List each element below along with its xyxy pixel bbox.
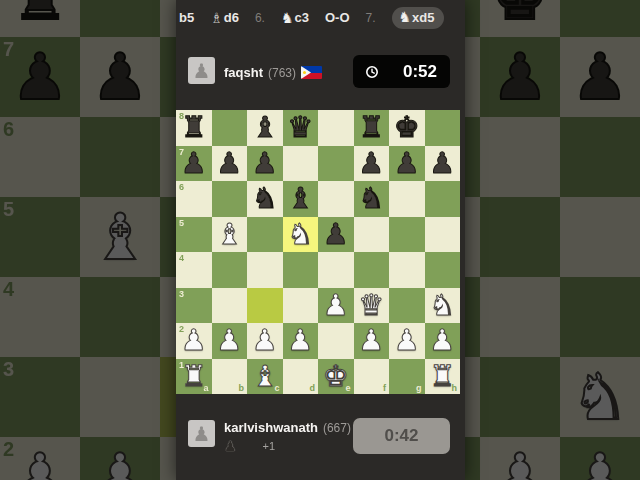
file-label: h bbox=[452, 383, 458, 393]
square-d5[interactable]: ♞ bbox=[283, 217, 319, 253]
square-g3[interactable] bbox=[389, 288, 425, 324]
white-pawn-piece: ♟ bbox=[560, 437, 640, 480]
square-g8: ♚ bbox=[480, 0, 560, 37]
square-a1[interactable]: 1a♜ bbox=[176, 359, 212, 395]
square-b5: ♝ bbox=[80, 197, 160, 277]
square-g5 bbox=[480, 197, 560, 277]
black-king-piece: ♚ bbox=[389, 110, 425, 146]
rank-label: 2 bbox=[3, 438, 14, 461]
square-d8[interactable]: ♛ bbox=[283, 110, 319, 146]
square-g2[interactable]: ♟ bbox=[389, 323, 425, 359]
move-text: b5 bbox=[179, 10, 194, 25]
square-c4[interactable] bbox=[247, 252, 283, 288]
black-pawn-piece: ♟ bbox=[354, 146, 390, 182]
square-a5[interactable]: 5 bbox=[176, 217, 212, 253]
square-e2[interactable] bbox=[318, 323, 354, 359]
square-e3[interactable]: ♟ bbox=[318, 288, 354, 324]
square-e6[interactable] bbox=[318, 181, 354, 217]
white-pawn-piece: ♟ bbox=[283, 323, 319, 359]
square-h4[interactable] bbox=[425, 252, 461, 288]
avatar-pawn-icon: ♟ bbox=[193, 61, 211, 81]
rank-label: 6 bbox=[3, 118, 14, 141]
bottom-player-rating: (667) bbox=[323, 421, 351, 435]
white-knight-piece: ♞ bbox=[560, 357, 640, 437]
move-number: 6. bbox=[255, 11, 265, 25]
top-player-rating: (763) bbox=[268, 66, 296, 80]
square-g6 bbox=[480, 117, 560, 197]
square-a8: 8♜ bbox=[0, 0, 80, 37]
black-bishop-piece: ♝ bbox=[283, 181, 319, 217]
square-g2: ♟ bbox=[480, 437, 560, 480]
square-d4[interactable] bbox=[283, 252, 319, 288]
white-pawn-piece: ♟ bbox=[212, 323, 248, 359]
screenshot-root: 8♜♝♛♜♚7♟♟♟♟♟♟6♞♝♞5♝♞♟43♟♛♞2♟♟♟♟♟♟♟1a♜bc♝… bbox=[0, 0, 640, 480]
move-text: c3 bbox=[294, 10, 308, 25]
move-text: O-O bbox=[325, 10, 350, 25]
bottom-player-row: ♟ karlvishwanath (667) ♟ +1 0:42 bbox=[188, 418, 450, 454]
square-c3[interactable] bbox=[247, 288, 283, 324]
square-b1[interactable]: b bbox=[212, 359, 248, 395]
square-a7[interactable]: 7♟ bbox=[176, 146, 212, 182]
square-b2: ♟ bbox=[80, 437, 160, 480]
black-rook-piece: ♜ bbox=[354, 110, 390, 146]
knight-white-icon: ♞ bbox=[281, 11, 294, 25]
square-c1[interactable]: c♝ bbox=[247, 359, 283, 395]
square-f1[interactable]: f bbox=[354, 359, 390, 395]
white-pawn-piece: ♟ bbox=[389, 323, 425, 359]
rank-label: 2 bbox=[179, 324, 184, 334]
white-knight-piece: ♞ bbox=[425, 288, 461, 324]
rank-label: 5 bbox=[3, 198, 14, 221]
square-g5[interactable] bbox=[389, 217, 425, 253]
white-pawn-piece: ♟ bbox=[425, 323, 461, 359]
square-b8 bbox=[80, 0, 160, 37]
square-f8[interactable]: ♜ bbox=[354, 110, 390, 146]
rank-label: 5 bbox=[179, 218, 184, 228]
knight-white-icon: ♞ bbox=[399, 10, 412, 24]
square-f2[interactable]: ♟ bbox=[354, 323, 390, 359]
square-e5[interactable]: ♟ bbox=[318, 217, 354, 253]
square-c2[interactable]: ♟ bbox=[247, 323, 283, 359]
move-list-bar[interactable]: b5♗d66.♞c3O-O7.♞xd5 bbox=[176, 0, 465, 35]
square-b6[interactable] bbox=[212, 181, 248, 217]
square-h5[interactable] bbox=[425, 217, 461, 253]
move-item[interactable]: ♞c3 bbox=[281, 10, 309, 25]
square-e7[interactable] bbox=[318, 146, 354, 182]
square-h6 bbox=[560, 117, 640, 197]
square-a6: 6 bbox=[0, 117, 80, 197]
square-g4 bbox=[480, 277, 560, 357]
captured-black-pawn-icon: ♟ bbox=[224, 439, 237, 453]
square-e4[interactable] bbox=[318, 252, 354, 288]
white-pawn-piece: ♟ bbox=[247, 323, 283, 359]
white-pawn-piece: ♟ bbox=[354, 323, 390, 359]
file-label: b bbox=[239, 383, 245, 393]
white-pawn-piece: ♟ bbox=[480, 437, 560, 480]
square-h2[interactable]: ♟ bbox=[425, 323, 461, 359]
file-label: d bbox=[310, 383, 316, 393]
square-g4[interactable] bbox=[389, 252, 425, 288]
move-item[interactable]: O-O bbox=[325, 10, 350, 25]
square-a2[interactable]: 2♟ bbox=[176, 323, 212, 359]
square-a3: 3 bbox=[0, 357, 80, 437]
philippines-flag-icon bbox=[301, 66, 322, 79]
square-a4: 4 bbox=[0, 277, 80, 357]
square-b4 bbox=[80, 277, 160, 357]
rank-label: 3 bbox=[3, 358, 14, 381]
top-player-avatar[interactable]: ♟ bbox=[188, 57, 215, 84]
white-queen-piece: ♛ bbox=[354, 288, 390, 324]
square-h4 bbox=[560, 277, 640, 357]
black-pawn-piece: ♟ bbox=[425, 146, 461, 182]
bishop-black-icon: ♗ bbox=[210, 11, 223, 25]
square-h2: ♟ bbox=[560, 437, 640, 480]
black-pawn-piece: ♟ bbox=[80, 37, 160, 117]
square-h7: ♟ bbox=[560, 37, 640, 117]
bottom-player-clock-time: 0:42 bbox=[384, 426, 418, 446]
square-g8[interactable]: ♚ bbox=[389, 110, 425, 146]
white-knight-piece: ♞ bbox=[283, 217, 319, 253]
white-pawn-piece: ♟ bbox=[80, 437, 160, 480]
move-number: 7. bbox=[366, 11, 376, 25]
rank-label: 7 bbox=[3, 38, 14, 61]
square-b2[interactable]: ♟ bbox=[212, 323, 248, 359]
square-b6 bbox=[80, 117, 160, 197]
black-knight-piece: ♞ bbox=[354, 181, 390, 217]
square-h8[interactable] bbox=[425, 110, 461, 146]
move-text: d6 bbox=[224, 10, 239, 25]
square-b8[interactable] bbox=[212, 110, 248, 146]
square-a2: 2♟ bbox=[0, 437, 80, 480]
bottom-player-avatar[interactable]: ♟ bbox=[188, 420, 215, 447]
square-h6[interactable] bbox=[425, 181, 461, 217]
avatar-pawn-icon: ♟ bbox=[193, 424, 211, 444]
square-g1[interactable]: g bbox=[389, 359, 425, 395]
square-f3[interactable]: ♛ bbox=[354, 288, 390, 324]
square-f6[interactable]: ♞ bbox=[354, 181, 390, 217]
chess-board[interactable]: 8♜♝♛♜♚7♟♟♟♟♟♟6♞♝♞5♝♞♟43♟♛♞2♟♟♟♟♟♟♟1a♜bc♝… bbox=[176, 110, 460, 394]
black-knight-piece: ♞ bbox=[247, 181, 283, 217]
square-h7[interactable]: ♟ bbox=[425, 146, 461, 182]
top-player-clock: 0:52 bbox=[353, 55, 450, 88]
white-pawn-piece: ♟ bbox=[318, 288, 354, 324]
file-label: c bbox=[274, 383, 279, 393]
square-e1[interactable]: e♚ bbox=[318, 359, 354, 395]
black-queen-piece: ♛ bbox=[283, 110, 319, 146]
square-d3[interactable] bbox=[283, 288, 319, 324]
rank-label: 7 bbox=[179, 147, 184, 157]
clock-icon bbox=[365, 65, 379, 79]
square-a7: 7♟ bbox=[0, 37, 80, 117]
square-b7[interactable]: ♟ bbox=[212, 146, 248, 182]
file-label: a bbox=[203, 383, 208, 393]
captured-pieces-tray: ♟ +1 bbox=[224, 439, 351, 453]
black-pawn-piece: ♟ bbox=[560, 37, 640, 117]
square-b3 bbox=[80, 357, 160, 437]
square-h8 bbox=[560, 0, 640, 37]
square-g7[interactable]: ♟ bbox=[389, 146, 425, 182]
square-a8[interactable]: 8♜ bbox=[176, 110, 212, 146]
square-d6[interactable]: ♝ bbox=[283, 181, 319, 217]
material-advantage: +1 bbox=[263, 440, 276, 452]
white-bishop-piece: ♝ bbox=[212, 217, 248, 253]
white-bishop-piece: ♝ bbox=[80, 197, 160, 277]
square-a3[interactable]: 3 bbox=[176, 288, 212, 324]
square-c5[interactable] bbox=[247, 217, 283, 253]
square-h3: ♞ bbox=[560, 357, 640, 437]
rank-label: 4 bbox=[3, 278, 14, 301]
file-label: e bbox=[345, 383, 350, 393]
square-a6[interactable]: 6 bbox=[176, 181, 212, 217]
black-pawn-piece: ♟ bbox=[480, 37, 560, 117]
square-b3[interactable] bbox=[212, 288, 248, 324]
rank-label: 6 bbox=[179, 182, 184, 192]
square-b4[interactable] bbox=[212, 252, 248, 288]
move-item[interactable]: ♗d6 bbox=[210, 10, 239, 25]
rank-label: 8 bbox=[179, 111, 184, 121]
square-d7[interactable] bbox=[283, 146, 319, 182]
square-d2[interactable]: ♟ bbox=[283, 323, 319, 359]
square-g3 bbox=[480, 357, 560, 437]
square-f7[interactable]: ♟ bbox=[354, 146, 390, 182]
rank-label: 4 bbox=[179, 253, 184, 263]
square-g6[interactable] bbox=[389, 181, 425, 217]
square-g7: ♟ bbox=[480, 37, 560, 117]
square-c6[interactable]: ♞ bbox=[247, 181, 283, 217]
black-king-piece: ♚ bbox=[480, 0, 560, 37]
square-f4[interactable] bbox=[354, 252, 390, 288]
square-c7[interactable]: ♟ bbox=[247, 146, 283, 182]
square-h3[interactable]: ♞ bbox=[425, 288, 461, 324]
square-d1[interactable]: d bbox=[283, 359, 319, 395]
black-pawn-piece: ♟ bbox=[247, 146, 283, 182]
square-f5[interactable] bbox=[354, 217, 390, 253]
top-player-name[interactable]: faqsht bbox=[224, 65, 263, 80]
square-a5: 5 bbox=[0, 197, 80, 277]
top-player-clock-time: 0:52 bbox=[403, 62, 437, 82]
square-e8[interactable] bbox=[318, 110, 354, 146]
rank-label: 3 bbox=[179, 289, 184, 299]
bottom-player-name[interactable]: karlvishwanath bbox=[224, 420, 318, 435]
square-a4[interactable]: 4 bbox=[176, 252, 212, 288]
file-label: g bbox=[416, 383, 422, 393]
black-rook-piece: ♜ bbox=[0, 0, 80, 37]
rank-label: 1 bbox=[179, 360, 184, 370]
black-bishop-piece: ♝ bbox=[247, 110, 283, 146]
move-item[interactable]: b5 bbox=[179, 10, 194, 25]
black-pawn-piece: ♟ bbox=[212, 146, 248, 182]
square-b7: ♟ bbox=[80, 37, 160, 117]
top-player-row: ♟ faqsht (763) 0:52 bbox=[188, 55, 450, 88]
file-label: f bbox=[383, 383, 386, 393]
black-pawn-piece: ♟ bbox=[318, 217, 354, 253]
bottom-player-clock: 0:42 bbox=[353, 418, 450, 454]
phone-app-frame: b5♗d66.♞c3O-O7.♞xd5 ♟ faqsht (763) bbox=[176, 0, 465, 480]
current-move-pill[interactable]: ♞xd5 bbox=[392, 7, 444, 29]
move-text: xd5 bbox=[412, 10, 434, 25]
black-pawn-piece: ♟ bbox=[389, 146, 425, 182]
square-b5[interactable]: ♝ bbox=[212, 217, 248, 253]
square-h5 bbox=[560, 197, 640, 277]
square-c8[interactable]: ♝ bbox=[247, 110, 283, 146]
square-h1[interactable]: h♜ bbox=[425, 359, 461, 395]
